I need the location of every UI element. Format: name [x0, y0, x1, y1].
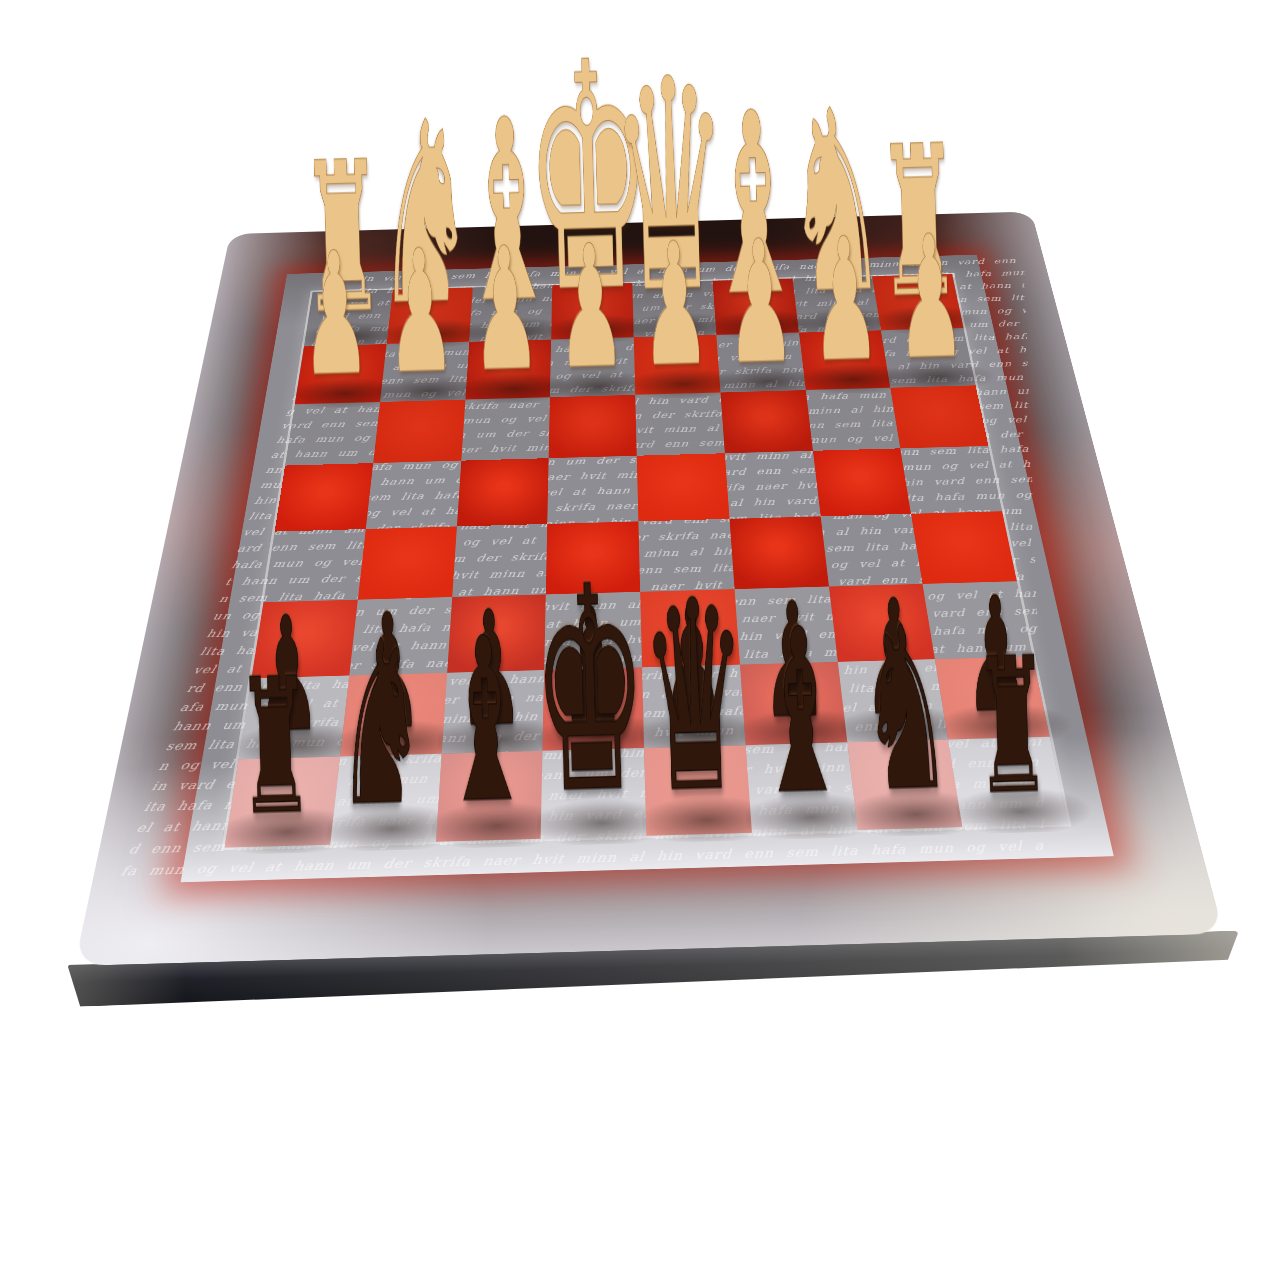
board-tilt-wrapper: al hin vard enn sem lita hafa mun og vel… — [0, 0, 1280, 1280]
square-g3 — [373, 399, 465, 463]
white-pawn: ♟ — [469, 224, 542, 395]
square-f2: ♟ — [465, 339, 551, 399]
perspective-scene: al hin vard enn sem lita hafa mun og vel… — [0, 0, 1280, 1280]
white-pawn: ♟ — [809, 215, 882, 386]
square-h3 — [285, 402, 380, 466]
black-rook: ♜ — [972, 633, 1052, 821]
square-d8: ♛ — [644, 745, 752, 835]
square-e3 — [549, 395, 637, 459]
square-b2: ♟ — [799, 330, 891, 390]
white-pawn: ♟ — [299, 229, 372, 400]
black-knight: ♞ — [332, 611, 429, 839]
square-a2: ♟ — [881, 328, 975, 388]
white-pawn: ♟ — [893, 212, 966, 383]
square-g2: ♟ — [380, 342, 469, 402]
black-king: ♚ — [529, 548, 650, 833]
black-knight: ♞ — [857, 596, 954, 824]
white-pawn: ♟ — [724, 217, 797, 388]
square-e2: ♟ — [550, 337, 635, 397]
square-b8: ♞ — [847, 740, 963, 830]
square-c4 — [725, 451, 821, 519]
square-h8: ♜ — [225, 757, 340, 848]
photo-stage: al hin vard enn sem lita hafa mun og vel… — [0, 0, 1280, 1280]
white-pawn: ♟ — [639, 220, 712, 391]
black-bishop: ♝ — [437, 608, 534, 836]
square-d4 — [637, 453, 730, 521]
square-a8: ♜ — [948, 737, 1068, 827]
chess-board: al hin vard enn sem lita hafa mun og vel… — [74, 212, 1224, 966]
white-pawn: ♟ — [384, 227, 457, 398]
square-e8: ♚ — [541, 748, 646, 839]
square-b4 — [813, 449, 912, 517]
black-rook: ♜ — [235, 653, 315, 841]
square-c2: ♟ — [716, 332, 805, 392]
square-a4 — [900, 446, 1002, 514]
black-queen: ♛ — [639, 565, 752, 830]
square-c8: ♝ — [746, 743, 858, 833]
square-h2: ♟ — [295, 344, 387, 404]
square-g8: ♞ — [330, 754, 441, 845]
black-bishop: ♝ — [752, 599, 849, 827]
white-pawn: ♟ — [554, 222, 627, 393]
square-f3 — [461, 397, 550, 461]
square-f8: ♝ — [435, 751, 542, 842]
square-d2: ♟ — [634, 335, 721, 395]
